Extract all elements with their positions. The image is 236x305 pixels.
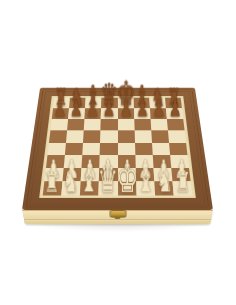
square-a8: ♜ <box>53 98 70 109</box>
square-g3 <box>152 155 171 168</box>
square-f8: ♝ <box>133 98 149 109</box>
square-c3 <box>82 155 100 168</box>
square-g1: ♞ <box>154 181 174 195</box>
piece-black-bishop-f8: ♝ <box>126 82 158 109</box>
square-g2: ♟ <box>153 168 172 181</box>
square-c6 <box>84 119 101 130</box>
square-d7: ♟ <box>101 108 117 119</box>
square-a7: ♟ <box>52 108 69 119</box>
scene: ♜♞♝♛♚♝♞♜♟♟♟♟♟♟♟♟♟♟♟♟♟♟♟♟♜♞♝♛♚♝♞♜ <box>32 57 203 228</box>
square-e3 <box>118 155 136 168</box>
board-surface: ♜♞♝♛♚♝♞♜♟♟♟♟♟♟♟♟♟♟♟♟♟♟♟♟♜♞♝♛♚♝♞♜ <box>22 88 213 210</box>
square-d5 <box>100 131 117 143</box>
square-f5 <box>134 131 151 143</box>
square-c4 <box>83 143 101 155</box>
square-a1: ♜ <box>43 181 63 195</box>
square-b5 <box>66 131 84 143</box>
square-b2: ♟ <box>63 168 82 181</box>
square-h8: ♜ <box>165 98 182 109</box>
chess-board-box: ♜♞♝♛♚♝♞♜♟♟♟♟♟♟♟♟♟♟♟♟♟♟♟♟♜♞♝♛♚♝♞♜ <box>22 88 213 210</box>
square-g4 <box>152 143 170 155</box>
brass-clasp-icon <box>109 210 126 218</box>
piece-black-king-e8: ♚ <box>110 77 142 111</box>
square-f7: ♟ <box>134 108 151 119</box>
square-c2: ♟ <box>81 168 100 181</box>
square-f2: ♟ <box>135 168 154 181</box>
square-b7: ♟ <box>68 108 85 119</box>
board-play-area: ♜♞♝♛♚♝♞♜♟♟♟♟♟♟♟♟♟♟♟♟♟♟♟♟♜♞♝♛♚♝♞♜ <box>39 96 196 198</box>
square-b8: ♞ <box>69 98 86 109</box>
square-h1: ♜ <box>172 181 192 195</box>
square-f6 <box>134 119 151 130</box>
square-b1: ♞ <box>61 181 81 195</box>
square-h6 <box>167 119 185 130</box>
square-g7: ♟ <box>150 108 167 119</box>
piece-black-bishop-c8: ♝ <box>77 82 109 109</box>
square-b6 <box>67 119 84 130</box>
product-photo-chess-set: ♜♞♝♛♚♝♞♜♟♟♟♟♟♟♟♟♟♟♟♟♟♟♟♟♜♞♝♛♚♝♞♜ <box>0 0 236 305</box>
square-a2: ♟ <box>44 168 63 181</box>
piece-black-queen-d8: ♛ <box>94 79 126 110</box>
square-g8: ♞ <box>149 98 166 109</box>
square-b4 <box>65 143 83 155</box>
square-f4 <box>135 143 153 155</box>
square-d1: ♛ <box>99 181 118 195</box>
square-a6 <box>50 119 68 130</box>
piece-white-knight-b1: ♞ <box>52 168 89 197</box>
square-c8: ♝ <box>85 98 101 109</box>
square-h4 <box>169 143 188 155</box>
square-e6 <box>118 119 135 130</box>
square-h7: ♟ <box>166 108 183 119</box>
board-grid: ♜♞♝♛♚♝♞♜♟♟♟♟♟♟♟♟♟♟♟♟♟♟♟♟♜♞♝♛♚♝♞♜ <box>43 98 193 196</box>
square-h5 <box>168 131 186 143</box>
square-a5 <box>49 131 67 143</box>
piece-black-knight-b8: ♞ <box>61 84 93 109</box>
square-e4 <box>118 143 135 155</box>
square-f3 <box>135 155 153 168</box>
piece-black-rook-h8: ♜ <box>158 85 190 109</box>
square-e5 <box>118 131 135 143</box>
square-c7: ♟ <box>85 108 102 119</box>
square-f1: ♝ <box>136 181 155 195</box>
square-e2: ♟ <box>118 168 136 181</box>
square-e8: ♚ <box>118 98 134 109</box>
square-d6 <box>101 119 118 130</box>
square-d4 <box>100 143 117 155</box>
square-b3 <box>64 155 83 168</box>
square-g6 <box>150 119 167 130</box>
square-a3 <box>46 155 65 168</box>
square-d3 <box>100 155 118 168</box>
square-g5 <box>151 131 169 143</box>
square-d2: ♟ <box>99 168 117 181</box>
box-front-panel <box>22 210 213 224</box>
square-e7: ♟ <box>118 108 134 119</box>
piece-white-knight-g1: ♞ <box>146 168 183 197</box>
brass-clasp-tab <box>115 217 121 219</box>
square-d8: ♛ <box>101 98 117 109</box>
square-c1: ♝ <box>80 181 99 195</box>
square-h3 <box>170 155 189 168</box>
piece-black-knight-g8: ♞ <box>142 84 174 109</box>
square-e1: ♚ <box>118 181 137 195</box>
piece-black-rook-a8: ♜ <box>45 85 77 109</box>
square-h2: ♟ <box>171 168 190 181</box>
square-a4 <box>48 143 67 155</box>
square-c5 <box>83 131 100 143</box>
